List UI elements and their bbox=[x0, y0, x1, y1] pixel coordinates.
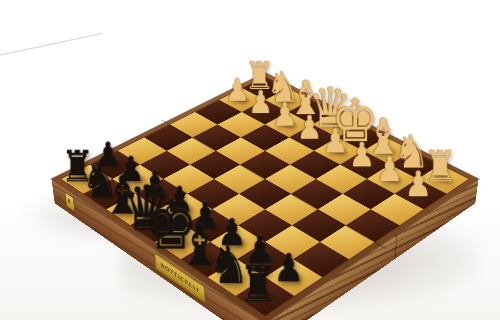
brass-clasp-icon bbox=[65, 192, 75, 213]
background-seam-line bbox=[0, 33, 107, 76]
piece-black-rook[interactable]: ♜ bbox=[239, 263, 278, 308]
piece-white-pawn[interactable]: ♟ bbox=[322, 126, 348, 157]
piece-white-pawn[interactable]: ♟ bbox=[296, 113, 322, 143]
piece-white-pawn[interactable]: ♟ bbox=[404, 168, 432, 200]
piece-white-pawn[interactable]: ♟ bbox=[248, 88, 273, 117]
plaque-screw-icon bbox=[201, 290, 203, 294]
piece-white-pawn[interactable]: ♟ bbox=[225, 76, 250, 105]
fold-seam-side bbox=[394, 234, 397, 260]
photo-stage: ♜♞♝♛♚♝♞♜♟♟♟♟♟♟♟♟♟♟♟♟♟♟♟♟♜♞♝♛♚♝♞♜ BOTTICE… bbox=[0, 0, 500, 320]
piece-white-pawn[interactable]: ♟ bbox=[348, 140, 375, 171]
piece-white-pawn[interactable]: ♟ bbox=[376, 154, 403, 186]
piece-white-pawn[interactable]: ♟ bbox=[272, 100, 297, 130]
